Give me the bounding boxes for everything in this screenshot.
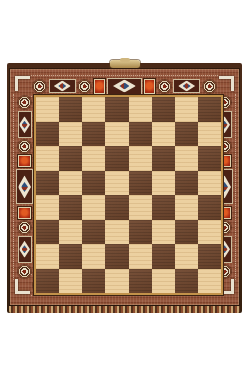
- diamond-icon: [18, 236, 32, 263]
- square-h1[interactable]: [198, 269, 221, 294]
- square-h3[interactable]: [198, 220, 221, 245]
- square-f8[interactable]: [152, 97, 175, 122]
- rosette-icon: [78, 80, 91, 93]
- diamond-icon: [18, 111, 32, 138]
- square-h7[interactable]: [198, 122, 221, 147]
- inner-gold-frame: [34, 95, 223, 295]
- square-g7[interactable]: [175, 122, 198, 147]
- red-tile-icon: [18, 155, 31, 167]
- brass-hinge-icon: [110, 60, 140, 68]
- corner-bracket-icon: [15, 279, 30, 294]
- red-tile-icon: [94, 79, 105, 94]
- square-a1[interactable]: [36, 269, 59, 294]
- square-h4[interactable]: [198, 195, 221, 220]
- rosette-icon: [18, 96, 31, 109]
- corner-bracket-icon: [15, 76, 30, 91]
- chess-board: [36, 97, 221, 293]
- square-g1[interactable]: [175, 269, 198, 294]
- square-d6[interactable]: [105, 146, 128, 171]
- square-a6[interactable]: [36, 146, 59, 171]
- square-e1[interactable]: [129, 269, 152, 294]
- square-c7[interactable]: [82, 122, 105, 147]
- square-d5[interactable]: [105, 171, 128, 196]
- square-d1[interactable]: [105, 269, 128, 294]
- square-e8[interactable]: [129, 97, 152, 122]
- square-b4[interactable]: [59, 195, 82, 220]
- corner-bracket-icon: [219, 76, 234, 91]
- square-c2[interactable]: [82, 244, 105, 269]
- diamond-icon: [49, 79, 76, 93]
- mosaic-border-left: [13, 94, 36, 280]
- square-f3[interactable]: [152, 220, 175, 245]
- square-f7[interactable]: [152, 122, 175, 147]
- square-f2[interactable]: [152, 244, 175, 269]
- square-g5[interactable]: [175, 171, 198, 196]
- square-d3[interactable]: [105, 220, 128, 245]
- square-b6[interactable]: [59, 146, 82, 171]
- square-c1[interactable]: [82, 269, 105, 294]
- chessboard-photo: [7, 63, 242, 313]
- square-h8[interactable]: [198, 97, 221, 122]
- square-e4[interactable]: [129, 195, 152, 220]
- square-c6[interactable]: [82, 146, 105, 171]
- mosaic-border-top: [31, 75, 218, 97]
- square-c3[interactable]: [82, 220, 105, 245]
- square-b1[interactable]: [59, 269, 82, 294]
- square-h6[interactable]: [198, 146, 221, 171]
- square-f6[interactable]: [152, 146, 175, 171]
- square-f5[interactable]: [152, 171, 175, 196]
- square-h2[interactable]: [198, 244, 221, 269]
- red-tile-icon: [18, 207, 31, 219]
- square-b5[interactable]: [59, 171, 82, 196]
- square-h5[interactable]: [198, 171, 221, 196]
- square-d8[interactable]: [105, 97, 128, 122]
- square-a7[interactable]: [36, 122, 59, 147]
- square-a2[interactable]: [36, 244, 59, 269]
- rosette-icon: [203, 80, 216, 93]
- square-a4[interactable]: [36, 195, 59, 220]
- square-f4[interactable]: [152, 195, 175, 220]
- square-g6[interactable]: [175, 146, 198, 171]
- square-c5[interactable]: [82, 171, 105, 196]
- mosaic-border-frame: [9, 68, 240, 306]
- square-e5[interactable]: [129, 171, 152, 196]
- square-e7[interactable]: [129, 122, 152, 147]
- rosette-icon: [33, 80, 46, 93]
- square-g3[interactable]: [175, 220, 198, 245]
- board-side-edge: [9, 305, 240, 313]
- square-c8[interactable]: [82, 97, 105, 122]
- square-g4[interactable]: [175, 195, 198, 220]
- square-g2[interactable]: [175, 244, 198, 269]
- square-a8[interactable]: [36, 97, 59, 122]
- rosette-icon: [18, 140, 31, 153]
- square-b8[interactable]: [59, 97, 82, 122]
- square-d2[interactable]: [105, 244, 128, 269]
- diamond-icon: [173, 79, 200, 93]
- square-e2[interactable]: [129, 244, 152, 269]
- square-d4[interactable]: [105, 195, 128, 220]
- square-c4[interactable]: [82, 195, 105, 220]
- square-g8[interactable]: [175, 97, 198, 122]
- rosette-icon: [18, 265, 31, 278]
- rosette-icon: [158, 80, 171, 93]
- square-e6[interactable]: [129, 146, 152, 171]
- red-tile-icon: [144, 79, 155, 94]
- square-f1[interactable]: [152, 269, 175, 294]
- square-b2[interactable]: [59, 244, 82, 269]
- square-a3[interactable]: [36, 220, 59, 245]
- square-b7[interactable]: [59, 122, 82, 147]
- square-d7[interactable]: [105, 122, 128, 147]
- diamond-large-icon: [16, 169, 33, 204]
- square-e3[interactable]: [129, 220, 152, 245]
- diamond-large-icon: [107, 78, 142, 95]
- square-a5[interactable]: [36, 171, 59, 196]
- square-b3[interactable]: [59, 220, 82, 245]
- rosette-icon: [18, 221, 31, 234]
